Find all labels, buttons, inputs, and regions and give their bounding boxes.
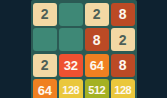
tile-64-r3c3: 64 bbox=[85, 54, 109, 77]
tile-8-r2c3: 8 bbox=[85, 28, 109, 51]
board-2048[interactable]: 2288223264864128512128 bbox=[31, 0, 138, 98]
tile-2-r1c1: 2 bbox=[33, 3, 57, 26]
cell-empty-r1c2 bbox=[59, 3, 83, 26]
tile-32-r3c2: 32 bbox=[59, 54, 83, 77]
tile-8-r3c4: 8 bbox=[111, 54, 135, 77]
tile-128-r4c4: 128 bbox=[111, 79, 135, 98]
game-viewport: 2288223264864128512128 bbox=[0, 0, 167, 98]
cell-empty-r2c2 bbox=[59, 28, 83, 51]
tile-2-r2c4: 2 bbox=[111, 28, 135, 51]
cell-empty-r2c1 bbox=[33, 28, 57, 51]
tile-512-r4c3: 512 bbox=[85, 79, 109, 98]
tile-128-r4c2: 128 bbox=[59, 79, 83, 98]
tile-2-r3c1: 2 bbox=[33, 54, 57, 77]
tile-2-r1c3: 2 bbox=[85, 3, 109, 26]
tile-8-r1c4: 8 bbox=[111, 3, 135, 26]
tile-64-r4c1: 64 bbox=[33, 79, 57, 98]
